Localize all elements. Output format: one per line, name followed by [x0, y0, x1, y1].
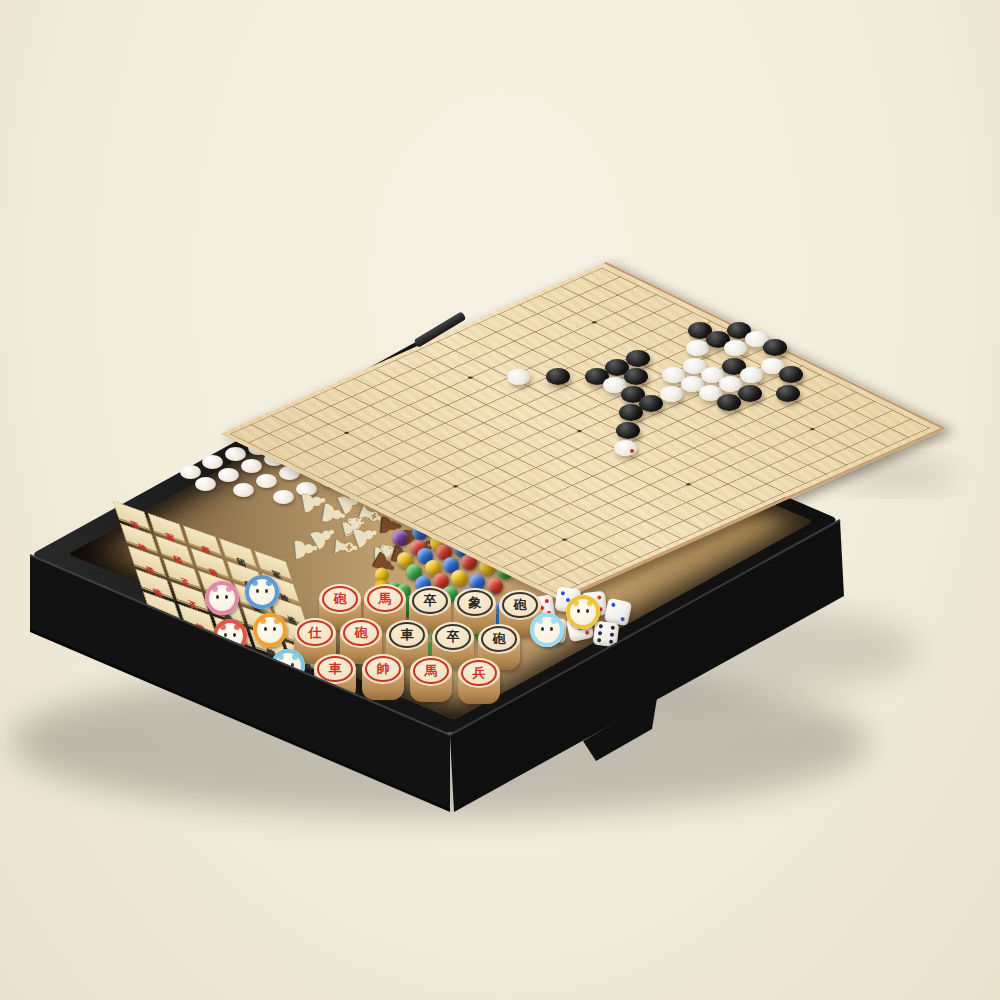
token-rim	[566, 595, 600, 629]
token-eye	[273, 627, 276, 631]
tile-label: 旅长	[134, 536, 143, 541]
tile-label: 工兵	[177, 571, 186, 576]
white-go-stone	[180, 465, 201, 479]
piece-character: 砲	[502, 592, 538, 618]
hoshi-point	[453, 485, 459, 488]
xiangqi-piece: 馬	[410, 656, 452, 708]
animal-token	[205, 581, 239, 615]
piece-character: 卒	[412, 588, 448, 614]
piece-top: 仕	[294, 618, 336, 648]
token-rim	[245, 575, 279, 609]
token-eye	[265, 589, 268, 593]
token-ear	[252, 580, 258, 586]
tile-label: 排长	[150, 581, 159, 586]
piece-top: 砲	[499, 590, 541, 620]
piece-character: 卒	[435, 624, 471, 650]
token-ear	[233, 660, 239, 666]
piece-character: 兵	[461, 660, 497, 686]
animal-token	[226, 655, 260, 689]
piece-top: 馬	[364, 584, 406, 614]
piece-character: 砲	[481, 626, 517, 652]
piece-top: 象	[454, 588, 496, 618]
go-stone-white	[724, 340, 747, 356]
white-go-stone	[241, 459, 262, 473]
white-go-stone	[225, 447, 246, 461]
go-stone-black	[776, 385, 800, 402]
hoshi-point	[467, 376, 473, 379]
token-ear	[292, 654, 298, 660]
token-rim	[213, 619, 247, 653]
piece-character: 車	[317, 656, 353, 682]
token-ear	[537, 618, 543, 624]
go-stone-white	[740, 367, 763, 383]
piece-character: 馬	[413, 658, 449, 684]
piece-character: 仕	[297, 620, 333, 646]
white-go-stone	[256, 474, 277, 488]
token-rim	[530, 613, 564, 647]
token-ear	[274, 618, 280, 624]
go-stone-black	[717, 394, 741, 411]
tile-label: 炸弹	[192, 616, 201, 621]
die-pip	[620, 617, 625, 622]
token-eye	[291, 663, 294, 667]
white-go-stone	[218, 468, 239, 482]
die-pip	[598, 631, 602, 635]
product-photo-scene: 司令军长师长团长军长旅长团长营长师长旅长连长工兵地雷营长连长排长工兵排长工兵地雷…	[0, 0, 1000, 1000]
tile-label: 地雷	[157, 604, 166, 609]
animal-token	[271, 649, 305, 683]
token-eye	[264, 627, 267, 631]
die-pip	[611, 603, 616, 608]
xiangqi-piece: 帥	[362, 654, 404, 706]
token-ear	[234, 624, 240, 630]
tile-label: 司令	[127, 513, 136, 518]
hoshi-point	[809, 428, 815, 431]
tile-label: 连长	[283, 608, 292, 613]
tile-label: 团长	[233, 550, 242, 555]
go-stone-white	[686, 340, 709, 356]
white-go-stone	[202, 455, 223, 469]
token-eye	[216, 595, 219, 599]
piece-character: 砲	[343, 620, 379, 646]
die	[593, 621, 620, 648]
tile-label: 师长	[241, 573, 250, 578]
animal-token	[253, 613, 287, 647]
die-pip	[561, 591, 566, 596]
token-rim	[253, 613, 287, 647]
go-stone-black	[626, 350, 650, 367]
piece-top: 砲	[319, 584, 361, 614]
xiangqi-piece: 車	[314, 654, 356, 706]
token-eye	[246, 669, 249, 673]
token-ear	[260, 618, 266, 624]
piece-character: 馬	[367, 586, 403, 612]
token-ear	[587, 600, 593, 606]
go-stone-black	[624, 368, 648, 385]
piece-top: 砲	[340, 618, 382, 648]
go-stone-white	[614, 440, 637, 456]
token-ear	[266, 580, 272, 586]
token-ear	[551, 618, 557, 624]
token-eye	[550, 627, 553, 631]
go-stone-black	[738, 385, 762, 402]
peg-ball	[392, 530, 408, 546]
hoshi-point	[591, 321, 597, 324]
piece-top: 車	[314, 654, 356, 684]
xiangqi-piece: 兵	[458, 658, 500, 710]
stone-red-mark	[630, 449, 634, 453]
go-stone-white	[507, 369, 530, 385]
die-pip	[597, 638, 601, 642]
piece-top: 砲	[478, 624, 520, 654]
token-ear	[247, 660, 253, 666]
token-rim	[205, 581, 239, 615]
white-go-stone	[233, 483, 254, 497]
go-stone-white	[660, 386, 683, 402]
piece-top: 卒	[409, 586, 451, 616]
piece-character: 帥	[365, 656, 401, 682]
token-ear	[573, 600, 579, 606]
animal-token	[530, 613, 564, 647]
hoshi-point	[686, 483, 692, 486]
white-go-stone	[273, 490, 294, 504]
piece-top: 帥	[362, 654, 404, 684]
hoshi-point	[576, 430, 582, 433]
chess-piece: ♟	[289, 534, 321, 563]
token-ear	[226, 586, 232, 592]
die-pip	[545, 599, 550, 604]
token-eye	[256, 589, 259, 593]
piece-top: 車	[386, 620, 428, 650]
tile-label: 团长	[170, 548, 179, 553]
peg-ball	[451, 570, 467, 586]
white-go-stone	[195, 477, 216, 491]
go-stone-black	[639, 395, 663, 412]
hoshi-point	[344, 432, 350, 435]
token-eye	[586, 609, 589, 613]
tile-label: 军长	[268, 563, 277, 568]
piece-top: 馬	[410, 656, 452, 686]
token-eye	[541, 627, 544, 631]
token-ear	[278, 654, 284, 660]
die-pip	[599, 624, 603, 628]
die-pip	[585, 630, 590, 635]
token-rim	[271, 649, 305, 683]
token-eye	[282, 663, 285, 667]
piece-character: 車	[389, 622, 425, 648]
token-eye	[224, 633, 227, 637]
tile-label: 师长	[198, 538, 207, 543]
token-ear	[220, 624, 226, 630]
animal-token	[245, 575, 279, 609]
token-ear	[212, 586, 218, 592]
token-eye	[577, 609, 580, 613]
token-eye	[233, 633, 236, 637]
die-pip	[597, 595, 601, 599]
tile-label: 军长	[162, 525, 171, 530]
tile-label: 工兵	[185, 593, 194, 598]
tile-label: 连长	[142, 558, 151, 563]
token-rim	[226, 655, 260, 689]
die-pip	[610, 633, 614, 637]
hoshi-point	[562, 538, 568, 541]
tile-label: 营长	[205, 560, 214, 565]
piece-top: 兵	[458, 658, 500, 688]
die-pip	[609, 639, 613, 643]
animal-token	[213, 619, 247, 653]
piece-top: 卒	[432, 622, 474, 652]
piece-character: 象	[457, 590, 493, 616]
token-eye	[237, 669, 240, 673]
piece-character: 砲	[322, 586, 358, 612]
die-pip	[611, 626, 615, 630]
token-eye	[225, 595, 228, 599]
animal-token	[566, 595, 600, 629]
